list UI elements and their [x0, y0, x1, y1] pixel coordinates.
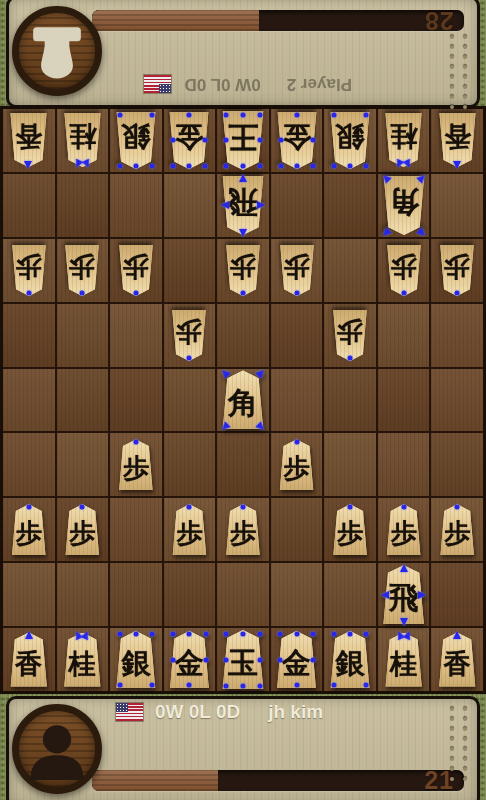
top-player-name: Player 2 — [287, 74, 352, 94]
piece-kanji: 歩 — [117, 439, 155, 490]
piece-kanji: 歩 — [385, 245, 423, 296]
board-cell[interactable]: 歩 — [431, 498, 483, 561]
piece-black-lance[interactable]: 香 — [437, 633, 478, 687]
board-cell[interactable]: 歩 — [271, 433, 323, 496]
panel-rivets — [450, 707, 467, 781]
move-hint-dot — [171, 632, 176, 637]
move-hint-dot — [364, 163, 369, 168]
board-cell[interactable]: 歩 — [164, 304, 216, 367]
board-cell[interactable] — [431, 304, 483, 367]
piece-white-pawn[interactable]: 歩 — [10, 245, 48, 296]
board-cell[interactable]: 歩 — [164, 498, 216, 561]
us-flag-icon — [144, 75, 171, 93]
piece-kanji: 歩 — [438, 245, 476, 296]
board-cell[interactable] — [378, 433, 430, 496]
board-cell[interactable]: 香 — [3, 628, 55, 691]
board-cell[interactable]: 歩 — [431, 239, 483, 302]
piece-white-gold[interactable]: 金 — [167, 112, 211, 169]
board-cell[interactable] — [324, 369, 376, 432]
piece-white-pawn[interactable]: 歩 — [117, 245, 155, 296]
board-cell[interactable] — [57, 304, 109, 367]
board-cell[interactable]: 金 — [164, 628, 216, 691]
board-cell[interactable]: 飛 — [217, 174, 269, 237]
board-cell[interactable]: 歩 — [110, 239, 162, 302]
bottom-time-fill — [92, 770, 218, 791]
move-hint-dot — [331, 632, 336, 637]
piece-kanji: 歩 — [224, 245, 262, 296]
board-cell[interactable] — [431, 369, 483, 432]
board-cell[interactable] — [431, 433, 483, 496]
bottom-player-avatar[interactable] — [12, 704, 102, 794]
piece-black-pawn[interactable]: 歩 — [385, 504, 423, 555]
board-cell[interactable]: 桂 — [57, 628, 109, 691]
move-hint-dot — [203, 163, 208, 168]
board-cell[interactable] — [271, 563, 323, 626]
piece-kanji: 歩 — [170, 504, 208, 555]
move-hint-arrow — [380, 227, 391, 238]
piece-kanji: 角 — [220, 370, 266, 429]
piece-kanji: 歩 — [385, 504, 423, 555]
piece-black-silver[interactable]: 銀 — [114, 631, 158, 688]
board-cell[interactable]: 桂 — [57, 109, 109, 172]
piece-black-silver[interactable]: 銀 — [328, 631, 372, 688]
board-cell[interactable] — [110, 369, 162, 432]
board-cell[interactable] — [110, 498, 162, 561]
piece-kanji: 歩 — [331, 310, 369, 361]
board-cell[interactable]: 銀 — [110, 109, 162, 172]
piece-white-silver[interactable]: 銀 — [328, 112, 372, 169]
board-cell[interactable] — [57, 563, 109, 626]
piece-black-rook[interactable]: 飛 — [381, 565, 427, 624]
piece-white-bishop[interactable]: 角 — [381, 176, 427, 235]
board-cell[interactable] — [271, 174, 323, 237]
bottom-time-bar: 21 — [92, 770, 464, 791]
move-hint-dot — [258, 631, 263, 636]
person-avatar-icon — [19, 711, 95, 787]
board-cell[interactable]: 金 — [271, 109, 323, 172]
board-cell[interactable] — [217, 433, 269, 496]
move-hint-dot — [364, 632, 369, 637]
board-cell[interactable] — [431, 174, 483, 237]
piece-kanji: 金 — [275, 631, 319, 688]
piece-kanji: 歩 — [10, 245, 48, 296]
bottom-player-record: 0W 0L 0D — [155, 701, 240, 723]
board-cell[interactable]: 銀 — [324, 628, 376, 691]
board-cell[interactable] — [164, 174, 216, 237]
piece-kanji: 歩 — [438, 504, 476, 555]
board-cell[interactable]: 歩 — [3, 498, 55, 561]
board-cell[interactable] — [271, 304, 323, 367]
piece-kanji: 飛 — [220, 176, 266, 235]
piece-black-lance[interactable]: 香 — [8, 633, 49, 687]
piece-white-pawn[interactable]: 歩 — [331, 310, 369, 361]
board-cell[interactable]: 銀 — [324, 109, 376, 172]
piece-white-pawn[interactable]: 歩 — [438, 245, 476, 296]
piece-kanji: 歩 — [117, 245, 155, 296]
board-cell[interactable]: 歩 — [324, 498, 376, 561]
piece-kanji: 銀 — [328, 631, 372, 688]
move-hint-dot — [278, 632, 283, 637]
board-cell[interactable] — [57, 174, 109, 237]
piece-white-pawn[interactable]: 歩 — [385, 245, 423, 296]
piece-white-silver[interactable]: 銀 — [114, 112, 158, 169]
move-hint-arrow — [416, 227, 427, 238]
move-hint-dot — [310, 632, 315, 637]
piece-black-king[interactable]: 玉 — [220, 630, 266, 689]
piece-black-pawn[interactable]: 歩 — [117, 439, 155, 490]
top-clock: 28 — [424, 10, 454, 31]
board-cell[interactable]: 桂 — [378, 628, 430, 691]
board-cell[interactable] — [378, 369, 430, 432]
board-cell[interactable] — [378, 304, 430, 367]
piece-black-pawn[interactable]: 歩 — [63, 504, 101, 555]
move-hint-dot — [331, 163, 336, 168]
shogi-piece-avatar-icon — [19, 13, 95, 89]
piece-kanji: 飛 — [381, 565, 427, 624]
board-cell[interactable]: 金 — [271, 628, 323, 691]
board-cell[interactable] — [3, 563, 55, 626]
top-player-avatar[interactable] — [12, 6, 102, 96]
board-cell[interactable] — [164, 239, 216, 302]
board-cell[interactable]: 歩 — [378, 498, 430, 561]
piece-white-knight[interactable]: 桂 — [383, 113, 424, 167]
board-cell[interactable] — [3, 304, 55, 367]
piece-black-knight[interactable]: 桂 — [62, 633, 103, 687]
board-cell[interactable]: 玉 — [217, 628, 269, 691]
board-cell[interactable] — [324, 174, 376, 237]
piece-black-pawn[interactable]: 歩 — [278, 439, 316, 490]
board-cell[interactable] — [217, 563, 269, 626]
piece-kanji: 香 — [437, 633, 478, 687]
board-cell[interactable] — [110, 304, 162, 367]
piece-white-king[interactable]: 王 — [220, 111, 266, 170]
board-cell[interactable] — [271, 498, 323, 561]
bottom-player-name: jh kim — [268, 701, 323, 723]
board-cell[interactable]: 角 — [217, 369, 269, 432]
board-cell[interactable]: 香 — [431, 628, 483, 691]
piece-kanji: 玉 — [220, 630, 266, 689]
shogi-board: 香桂銀金王金銀桂香飛角歩歩歩歩歩歩歩歩歩角歩歩歩歩歩歩歩歩歩飛香桂銀金玉金銀桂香 — [0, 106, 486, 694]
board-cell[interactable]: 金 — [164, 109, 216, 172]
piece-kanji: 桂 — [383, 633, 424, 687]
piece-white-lance[interactable]: 香 — [437, 113, 478, 167]
piece-white-knight[interactable]: 桂 — [62, 113, 103, 167]
board-cell[interactable]: 香 — [3, 109, 55, 172]
piece-white-lance[interactable]: 香 — [8, 113, 49, 167]
move-hint-dot — [278, 163, 283, 168]
board-cell[interactable] — [57, 433, 109, 496]
piece-kanji: 王 — [220, 111, 266, 170]
board-cell[interactable]: 香 — [431, 109, 483, 172]
board-cell[interactable] — [3, 433, 55, 496]
move-hint-dot — [150, 163, 155, 168]
move-hint-dot — [150, 632, 155, 637]
piece-kanji: 歩 — [10, 504, 48, 555]
board-cell[interactable] — [110, 174, 162, 237]
piece-black-pawn[interactable]: 歩 — [331, 504, 369, 555]
top-time-bar: 28 — [92, 10, 464, 31]
board-cell[interactable] — [164, 563, 216, 626]
piece-black-pawn[interactable]: 歩 — [438, 504, 476, 555]
piece-black-pawn[interactable]: 歩 — [10, 504, 48, 555]
piece-kanji: 歩 — [278, 245, 316, 296]
move-hint-dot — [310, 163, 315, 168]
piece-kanji: 香 — [437, 113, 478, 167]
us-flag-icon — [116, 703, 143, 721]
board-cell[interactable]: 歩 — [57, 498, 109, 561]
board-cell[interactable]: 飛 — [378, 563, 430, 626]
top-time-fill — [92, 10, 259, 31]
piece-white-pawn[interactable]: 歩 — [278, 245, 316, 296]
move-hint-arrow — [219, 367, 230, 378]
piece-white-gold[interactable]: 金 — [275, 112, 319, 169]
top-player-info: Player 2 0W 0L 0D — [112, 72, 352, 96]
piece-black-gold[interactable]: 金 — [167, 631, 211, 688]
piece-kanji: 歩 — [63, 245, 101, 296]
piece-white-rook[interactable]: 飛 — [220, 176, 266, 235]
top-player-record: 0W 0L 0D — [185, 74, 261, 94]
bottom-player-info: 0W 0L 0D jh kim — [116, 700, 323, 724]
piece-kanji: 桂 — [62, 633, 103, 687]
board-cell[interactable] — [164, 369, 216, 432]
piece-kanji: 銀 — [114, 112, 158, 169]
move-hint-dot — [223, 631, 228, 636]
board-cell[interactable] — [324, 563, 376, 626]
move-hint-dot — [171, 163, 176, 168]
board-cell[interactable] — [217, 304, 269, 367]
piece-kanji: 香 — [8, 633, 49, 687]
board-cell[interactable] — [3, 174, 55, 237]
piece-kanji: 歩 — [170, 310, 208, 361]
piece-kanji: 金 — [167, 112, 211, 169]
board-cell[interactable]: 王 — [217, 109, 269, 172]
board-cell[interactable]: 歩 — [110, 433, 162, 496]
move-hint-dot — [203, 632, 208, 637]
board-cell[interactable] — [324, 239, 376, 302]
piece-black-knight[interactable]: 桂 — [383, 633, 424, 687]
board-cell[interactable] — [3, 369, 55, 432]
piece-kanji: 歩 — [224, 504, 262, 555]
piece-black-bishop[interactable]: 角 — [220, 370, 266, 429]
board-cell[interactable] — [324, 433, 376, 496]
piece-kanji: 角 — [381, 176, 427, 235]
board-cell[interactable]: 歩 — [378, 239, 430, 302]
board-cell[interactable]: 歩 — [3, 239, 55, 302]
board-cell[interactable]: 歩 — [217, 239, 269, 302]
move-hint-dot — [223, 164, 228, 169]
board-cell[interactable]: 歩 — [324, 304, 376, 367]
board-cell[interactable]: 角 — [378, 174, 430, 237]
board-cell[interactable] — [110, 563, 162, 626]
piece-kanji: 桂 — [62, 113, 103, 167]
move-hint-dot — [117, 163, 122, 168]
piece-kanji: 銀 — [328, 112, 372, 169]
board-cell[interactable] — [164, 433, 216, 496]
piece-black-gold[interactable]: 金 — [275, 631, 319, 688]
piece-white-pawn[interactable]: 歩 — [63, 245, 101, 296]
piece-kanji: 金 — [275, 112, 319, 169]
piece-white-pawn[interactable]: 歩 — [170, 310, 208, 361]
board-cell[interactable] — [271, 369, 323, 432]
board-cell[interactable] — [431, 563, 483, 626]
move-hint-dot — [117, 632, 122, 637]
piece-kanji: 金 — [167, 631, 211, 688]
piece-kanji: 歩 — [63, 504, 101, 555]
move-hint-dot — [258, 164, 263, 169]
board-cell[interactable] — [57, 369, 109, 432]
board-cell[interactable]: 銀 — [110, 628, 162, 691]
board-cell[interactable]: 歩 — [57, 239, 109, 302]
board-cell[interactable]: 桂 — [378, 109, 430, 172]
piece-black-pawn[interactable]: 歩 — [170, 504, 208, 555]
piece-kanji: 香 — [8, 113, 49, 167]
panel-rivets — [450, 35, 467, 109]
piece-kanji: 歩 — [331, 504, 369, 555]
piece-white-pawn[interactable]: 歩 — [224, 245, 262, 296]
piece-black-pawn[interactable]: 歩 — [224, 504, 262, 555]
board-cell[interactable]: 歩 — [217, 498, 269, 561]
piece-kanji: 桂 — [383, 113, 424, 167]
board-cell[interactable]: 歩 — [271, 239, 323, 302]
piece-kanji: 歩 — [278, 439, 316, 490]
move-hint-arrow — [256, 367, 267, 378]
piece-kanji: 銀 — [114, 631, 158, 688]
